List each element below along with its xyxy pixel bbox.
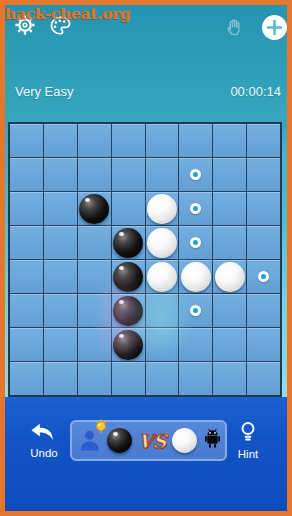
human-player (78, 428, 102, 454)
cell-b7[interactable] (44, 328, 77, 361)
cell-g7[interactable] (213, 328, 246, 361)
cell-a7[interactable] (10, 328, 43, 361)
cell-e6[interactable] (146, 294, 179, 327)
cell-g5[interactable] (213, 260, 246, 293)
cell-b3[interactable] (44, 192, 77, 225)
cell-d8[interactable] (112, 362, 145, 395)
white-disc (181, 262, 211, 292)
person-icon (78, 439, 101, 456)
cell-a2[interactable] (10, 158, 43, 191)
legal-move-dot[interactable] (190, 203, 201, 214)
cell-f3[interactable] (179, 192, 212, 225)
app-screen: hack-cheat.org (0, 0, 292, 516)
cell-a3[interactable] (10, 192, 43, 225)
cell-h6[interactable] (247, 294, 280, 327)
cell-d1[interactable] (112, 124, 145, 157)
legal-move-dot[interactable] (190, 169, 201, 180)
cell-c4[interactable] (78, 226, 111, 259)
status-bar: Very Easy 00:00:14 (0, 82, 292, 100)
cell-d4[interactable] (112, 226, 145, 259)
cell-c3[interactable] (78, 192, 111, 225)
white-player-disc (172, 428, 197, 453)
board[interactable] (8, 122, 282, 397)
black-player-disc (107, 428, 132, 453)
cell-h7[interactable] (247, 328, 280, 361)
cell-h4[interactable] (247, 226, 280, 259)
cell-b8[interactable] (44, 362, 77, 395)
cell-h5[interactable] (247, 260, 280, 293)
cell-c8[interactable] (78, 362, 111, 395)
black-disc (113, 296, 143, 326)
black-disc (113, 262, 143, 292)
cell-d3[interactable] (112, 192, 145, 225)
cell-e3[interactable] (146, 192, 179, 225)
cell-f4[interactable] (179, 226, 212, 259)
cell-d7[interactable] (112, 328, 145, 361)
cell-b6[interactable] (44, 294, 77, 327)
players-panel: VS (70, 420, 227, 461)
cell-b5[interactable] (44, 260, 77, 293)
gear-icon (14, 22, 36, 39)
black-disc (113, 330, 143, 360)
cell-h8[interactable] (247, 362, 280, 395)
cell-e4[interactable] (146, 226, 179, 259)
cell-g2[interactable] (213, 158, 246, 191)
hint-button[interactable]: Hint (228, 421, 268, 460)
cell-e8[interactable] (146, 362, 179, 395)
cell-f7[interactable] (179, 328, 212, 361)
cell-d5[interactable] (112, 260, 145, 293)
undo-label: Undo (24, 447, 64, 459)
cell-h1[interactable] (247, 124, 280, 157)
white-disc (147, 228, 177, 258)
cell-g1[interactable] (213, 124, 246, 157)
cell-h3[interactable] (247, 192, 280, 225)
cell-c7[interactable] (78, 328, 111, 361)
legal-move-dot[interactable] (190, 305, 201, 316)
cell-b1[interactable] (44, 124, 77, 157)
cell-c6[interactable] (78, 294, 111, 327)
cell-h2[interactable] (247, 158, 280, 191)
cell-e5[interactable] (146, 260, 179, 293)
hand-mode-button[interactable] (224, 17, 243, 41)
cell-f8[interactable] (179, 362, 212, 395)
cell-f1[interactable] (179, 124, 212, 157)
cell-d6[interactable] (112, 294, 145, 327)
android-robot-icon (202, 428, 223, 453)
white-disc (147, 194, 177, 224)
legal-move-dot[interactable] (258, 271, 269, 282)
plus-icon (261, 27, 288, 44)
cell-g4[interactable] (213, 226, 246, 259)
cell-e2[interactable] (146, 158, 179, 191)
cell-c2[interactable] (78, 158, 111, 191)
white-disc (215, 262, 245, 292)
cell-f2[interactable] (179, 158, 212, 191)
cell-e1[interactable] (146, 124, 179, 157)
cell-d2[interactable] (112, 158, 145, 191)
difficulty-label: Very Easy (15, 84, 74, 99)
cell-g8[interactable] (213, 362, 246, 395)
white-disc (147, 262, 177, 292)
black-disc (113, 228, 143, 258)
cell-e7[interactable] (146, 328, 179, 361)
black-disc (79, 194, 109, 224)
cell-g3[interactable] (213, 192, 246, 225)
cell-a5[interactable] (10, 260, 43, 293)
lightbulb-outline-icon (238, 429, 258, 446)
cell-c5[interactable] (78, 260, 111, 293)
undo-button[interactable]: Undo (24, 422, 64, 459)
cell-b4[interactable] (44, 226, 77, 259)
cell-a4[interactable] (10, 226, 43, 259)
new-game-button[interactable] (261, 14, 288, 45)
game-timer: 00:00:14 (230, 84, 281, 99)
hand-icon (224, 23, 243, 40)
cell-a8[interactable] (10, 362, 43, 395)
cell-b2[interactable] (44, 158, 77, 191)
legal-move-dot[interactable] (190, 237, 201, 248)
cell-g6[interactable] (213, 294, 246, 327)
cell-f6[interactable] (179, 294, 212, 327)
palette-icon (49, 23, 72, 40)
undo-arrow-icon (29, 428, 59, 445)
vs-label: VS (137, 430, 167, 452)
cell-a6[interactable] (10, 294, 43, 327)
cell-f5[interactable] (179, 260, 212, 293)
cell-c1[interactable] (78, 124, 111, 157)
turn-lightbulb-icon (93, 419, 109, 439)
hint-label: Hint (228, 448, 268, 460)
cell-a1[interactable] (10, 124, 43, 157)
watermark-text: hack-cheat.org (5, 4, 131, 23)
